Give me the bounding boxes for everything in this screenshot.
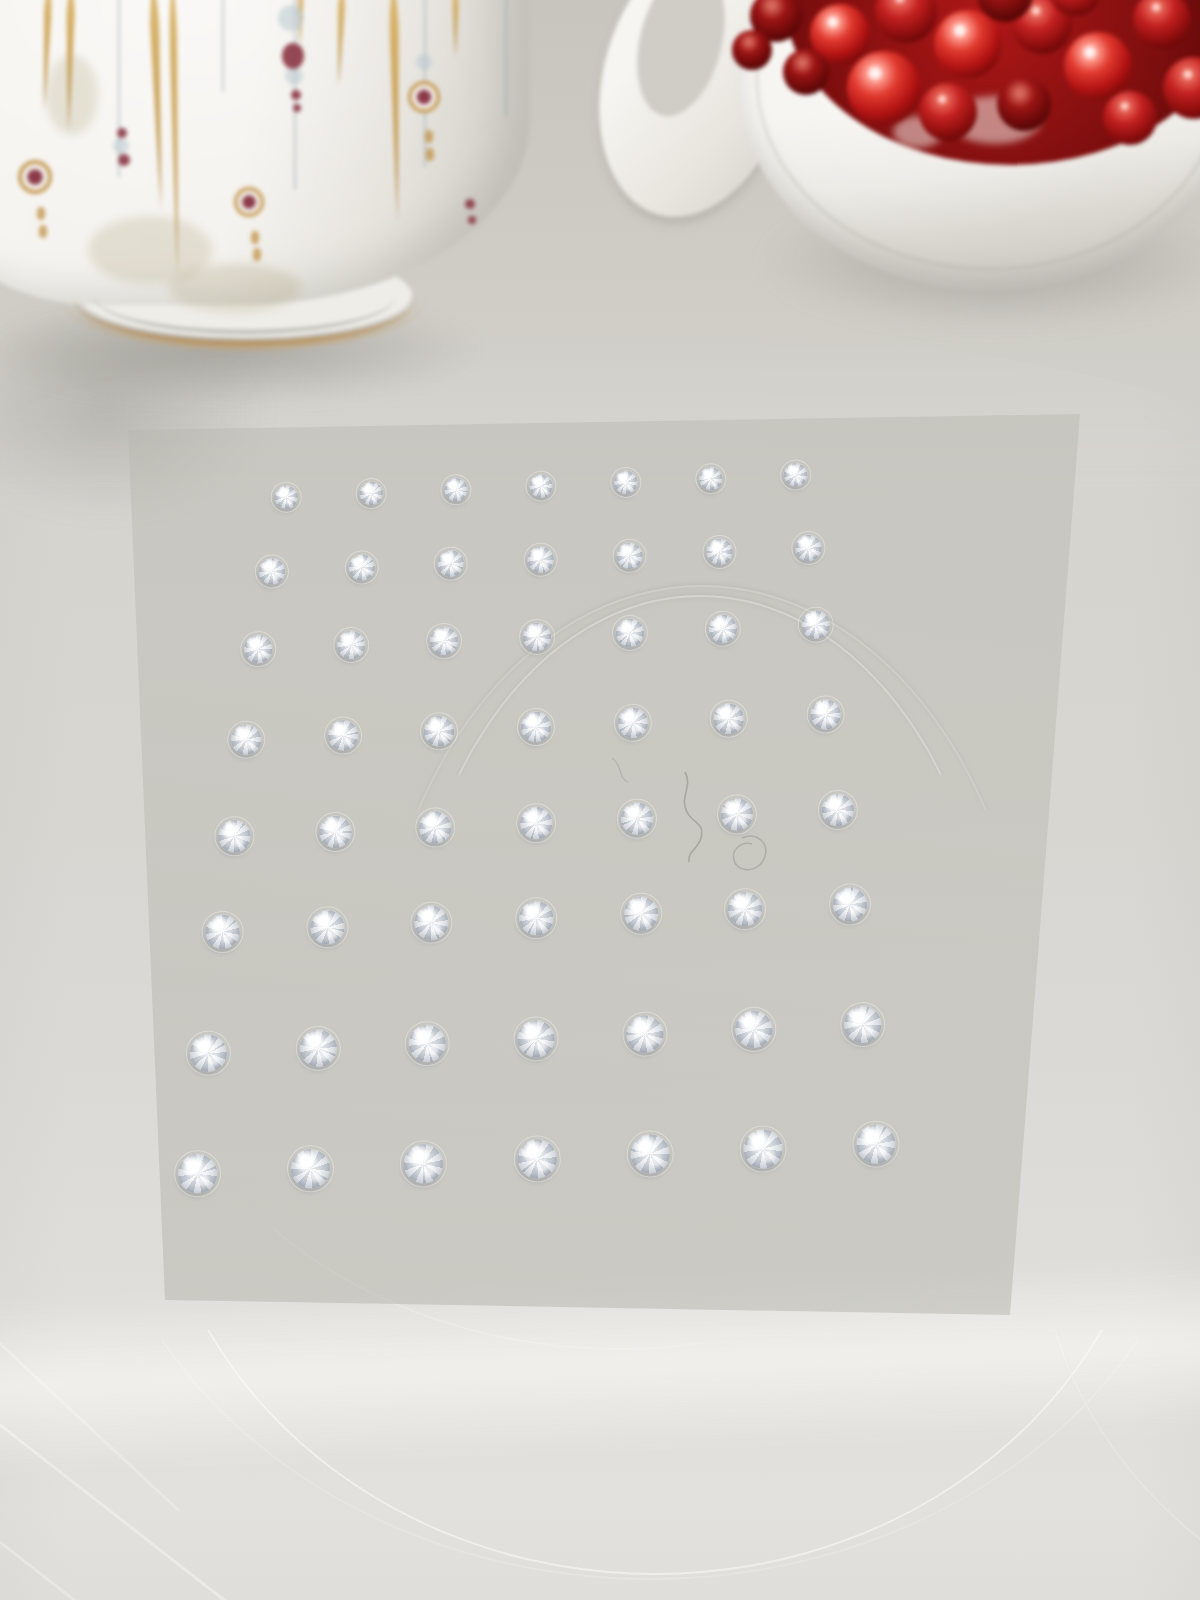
gem-facets (706, 612, 740, 646)
rhinestone (735, 1010, 774, 1049)
gem-facets (293, 1023, 343, 1073)
gem-facets (318, 815, 352, 849)
gem-facets (721, 885, 769, 933)
gem-facets (525, 471, 555, 501)
rhinestone (801, 610, 830, 639)
rhinestone (408, 1024, 447, 1063)
gem-row (242, 443, 839, 529)
bead-layer (0, 0, 1200, 400)
gem-facets (283, 1141, 338, 1196)
gem-highlight (403, 1143, 444, 1184)
rhinestone (795, 534, 822, 561)
gem-highlight (177, 1153, 218, 1194)
gem-facets (425, 621, 464, 660)
rhinestone (519, 901, 554, 936)
gem-highlight (309, 910, 344, 945)
gem-facets (274, 485, 298, 509)
rhinestone (517, 1019, 556, 1058)
gem-highlight (708, 614, 737, 643)
gem-highlight (318, 815, 351, 848)
gem-facets (626, 1129, 674, 1177)
gem-highlight (810, 699, 841, 730)
gem-facets (622, 895, 659, 932)
rhinestone (522, 622, 551, 651)
rhinestone (516, 1138, 557, 1179)
gem-highlight (244, 635, 273, 664)
gem-highlight (414, 905, 449, 940)
rhinestone (527, 546, 554, 573)
gem-highlight (516, 1138, 557, 1179)
gem-highlight (615, 618, 644, 647)
gem-highlight (517, 1019, 556, 1058)
bead-bowl (600, 0, 1200, 400)
gem-facets (173, 1149, 221, 1197)
gem-facets (226, 719, 267, 760)
gem-facets (257, 557, 287, 587)
gem-facets (240, 631, 276, 667)
gem-highlight (359, 481, 383, 505)
gem-facets (306, 906, 348, 948)
gem-facets (410, 901, 454, 945)
gem-row (197, 682, 876, 771)
red-bead (783, 49, 829, 95)
gem-facets (715, 792, 760, 837)
gem-highlight (190, 1033, 229, 1072)
rhinestone (205, 914, 240, 949)
gem-highlight (528, 474, 552, 498)
photo-scene (0, 0, 1200, 1600)
gem-highlight (630, 1133, 671, 1174)
gem-facets (199, 908, 247, 956)
gem-highlight (623, 896, 658, 931)
rhinestone (783, 463, 807, 487)
gem-facets (510, 1012, 562, 1064)
rhinestone (623, 896, 658, 931)
rhinestone (437, 550, 464, 577)
red-bead (919, 83, 977, 141)
gem-facets (519, 710, 554, 745)
rhinestone (626, 1014, 665, 1053)
rhinestone (337, 630, 366, 659)
gem-row (153, 992, 919, 1085)
gem-highlight (522, 622, 551, 651)
rhinestone (444, 477, 468, 501)
gem-highlight (705, 538, 732, 565)
rhinestone (620, 802, 653, 835)
gem-facets (625, 1013, 665, 1053)
rhinestone (258, 558, 285, 585)
rhinestone (615, 618, 644, 647)
gem-facets (326, 719, 359, 752)
gem-highlight (519, 806, 552, 839)
gem-highlight (424, 716, 455, 747)
rhinestone (403, 1143, 444, 1184)
gem-highlight (783, 463, 807, 487)
rhinestone (528, 474, 552, 498)
gem-facets (354, 477, 386, 509)
gem-facets (797, 606, 834, 643)
gem-facets (705, 538, 733, 566)
gem-highlight (821, 793, 854, 826)
gem-facets (610, 613, 649, 652)
gem-highlight (218, 820, 251, 853)
gem-highlight (327, 720, 358, 751)
rhinestone (348, 554, 375, 581)
gem-facets (611, 538, 648, 575)
rhinestone (617, 707, 648, 738)
gem-facets (617, 799, 657, 839)
gem-facets (830, 885, 870, 925)
gem-facets (523, 623, 552, 652)
gem-highlight (735, 1010, 774, 1049)
rhinestone (327, 720, 358, 751)
gem-facets (442, 476, 470, 504)
red-bead (847, 51, 921, 125)
gem-facets (779, 458, 812, 491)
gem-highlight (348, 554, 375, 581)
gem-highlight (437, 550, 464, 577)
gem-facets (405, 1022, 448, 1065)
gem-highlight (626, 1014, 665, 1053)
gem-highlight (444, 477, 468, 501)
rhinestone (318, 815, 351, 848)
gem-highlight (613, 470, 637, 494)
gem-facets (509, 1131, 564, 1186)
gem-highlight (274, 485, 298, 509)
rhinestone (856, 1123, 897, 1164)
gem-facets (839, 1000, 887, 1048)
gem-highlight (299, 1029, 338, 1068)
gem-highlight (616, 542, 643, 569)
red-bead (1163, 57, 1200, 119)
gem-highlight (832, 887, 867, 922)
gem-highlight (258, 558, 285, 585)
rhinestone (424, 716, 455, 747)
rhinestone (359, 481, 383, 505)
rhinestone-board (123, 403, 957, 1237)
gem-row (169, 872, 904, 964)
rhinestone (832, 887, 867, 922)
gem-highlight (856, 1123, 897, 1164)
rhinestone (616, 542, 643, 569)
rhinestone (705, 538, 732, 565)
gem-facets (516, 803, 557, 844)
rhinestone (244, 635, 273, 664)
rhinestone (708, 614, 737, 643)
gem-highlight (620, 802, 653, 835)
gem-facets (418, 710, 460, 752)
gem-highlight (205, 914, 240, 949)
rhinestone (713, 703, 744, 734)
gem-facets (822, 794, 854, 826)
gem-highlight (527, 546, 554, 573)
red-bead (934, 10, 1002, 78)
gem-facets (612, 703, 652, 743)
gem-row (211, 593, 864, 681)
gem-facets (709, 699, 749, 739)
gem-facets (404, 1144, 443, 1183)
rhinestone (519, 806, 552, 839)
gem-facets (434, 546, 468, 580)
gem-highlight (721, 798, 754, 831)
gem-highlight (617, 707, 648, 738)
rhinestone (810, 699, 841, 730)
gem-highlight (520, 711, 551, 742)
rhinestone (721, 798, 754, 831)
rhinestone (630, 1133, 671, 1174)
gem-highlight (713, 703, 744, 734)
gem-facets (513, 895, 560, 942)
gem-facets (729, 1003, 780, 1054)
gem-highlight (290, 1148, 331, 1189)
gem-highlight (801, 610, 830, 639)
red-bead (875, 0, 937, 43)
rhinestone (430, 626, 459, 655)
gem-highlight (844, 1005, 883, 1044)
gem-highlight (698, 466, 722, 490)
gem-highlight (519, 901, 554, 936)
rhinestone (821, 793, 854, 826)
rhinestone (218, 820, 251, 853)
gem-highlight (743, 1128, 784, 1169)
gem-highlight (408, 1024, 447, 1063)
rhinestone (613, 470, 637, 494)
gem-highlight (728, 891, 763, 926)
rhinestone (414, 905, 449, 940)
gem-facets (413, 805, 457, 849)
gem-facets (610, 466, 641, 497)
red-bead (1103, 91, 1157, 145)
gem-highlight (231, 724, 262, 755)
gem-row (183, 778, 890, 869)
gem-facets (738, 1123, 788, 1173)
red-bead (732, 30, 772, 70)
gem-facets (212, 814, 257, 859)
rhinestone (177, 1153, 218, 1194)
gem-facets (184, 1028, 234, 1078)
gem-facets (697, 465, 723, 491)
gem-highlight (795, 534, 822, 561)
red-bead (997, 77, 1051, 131)
rhinestone (419, 811, 452, 844)
gem-facets (525, 544, 556, 575)
gem-facets (849, 1117, 903, 1171)
rhinestone (743, 1128, 784, 1169)
gem-facets (344, 550, 379, 585)
gem-row (139, 1111, 934, 1206)
rhinestone (698, 466, 722, 490)
gem-facets (790, 530, 826, 566)
rhinestone (844, 1005, 883, 1044)
rhinestone (274, 485, 298, 509)
gem-highlight (419, 811, 452, 844)
rhinestone (309, 910, 344, 945)
rhinestone (299, 1029, 338, 1068)
gem-highlight (337, 630, 366, 659)
gem-row (226, 516, 855, 603)
gem-facets (808, 697, 843, 732)
rhinestone (520, 711, 551, 742)
rhinestone (190, 1033, 229, 1072)
red-bead (1133, 0, 1191, 49)
rhinestone (290, 1148, 331, 1189)
gem-facets (334, 628, 369, 663)
rhinestone (231, 724, 262, 755)
rhinestone (728, 891, 763, 926)
red-bead (1064, 32, 1132, 100)
gem-highlight (430, 626, 459, 655)
